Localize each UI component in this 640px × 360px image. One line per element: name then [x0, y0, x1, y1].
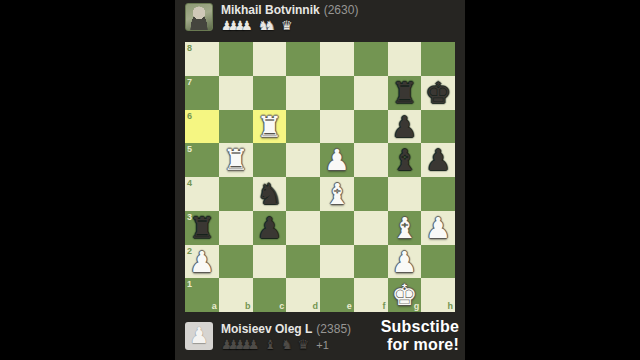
subscribe-overlay: Subsctibe for more!	[175, 318, 459, 354]
captured-group-pawn: ♟♟♟♟	[221, 19, 253, 33]
square-a2[interactable]: 2♟	[185, 245, 219, 279]
square-c5[interactable]	[253, 143, 287, 177]
square-g1[interactable]: g♚	[388, 278, 422, 312]
captured-group-queen: ♛	[281, 19, 293, 33]
square-g8[interactable]	[388, 42, 422, 76]
square-g4[interactable]	[388, 177, 422, 211]
square-a1[interactable]: 1a	[185, 278, 219, 312]
file-label-d: d	[313, 301, 319, 311]
square-a3[interactable]: 3♜	[185, 211, 219, 245]
chess-board: 87♜♚6♜♟5♜♟♝♟4♞♝3♜♟♝♟2♟♟1abcdefg♚h	[185, 42, 455, 312]
white-bishop-e4[interactable]: ♝	[320, 177, 354, 211]
square-c4[interactable]: ♞	[253, 177, 287, 211]
square-b5[interactable]: ♜	[219, 143, 253, 177]
captured-white-knight-icon: ♞	[264, 19, 276, 33]
square-g7[interactable]: ♜	[388, 76, 422, 110]
square-f6[interactable]	[354, 110, 388, 144]
square-b3[interactable]	[219, 211, 253, 245]
file-label-f: f	[383, 301, 386, 311]
square-a6[interactable]: 6	[185, 110, 219, 144]
square-a7[interactable]: 7	[185, 76, 219, 110]
file-label-e: e	[347, 301, 352, 311]
white-bishop-g3[interactable]: ♝	[388, 211, 422, 245]
white-rook-c6[interactable]: ♜	[253, 110, 287, 144]
square-c2[interactable]	[253, 245, 287, 279]
square-e6[interactable]	[320, 110, 354, 144]
black-pawn-h5[interactable]: ♟	[421, 143, 455, 177]
square-d5[interactable]	[286, 143, 320, 177]
black-pawn-g6[interactable]: ♟	[388, 110, 422, 144]
square-d8[interactable]	[286, 42, 320, 76]
square-f8[interactable]	[354, 42, 388, 76]
square-f3[interactable]	[354, 211, 388, 245]
square-e8[interactable]	[320, 42, 354, 76]
black-knight-c4[interactable]: ♞	[253, 177, 287, 211]
square-d6[interactable]	[286, 110, 320, 144]
black-bishop-g5[interactable]: ♝	[388, 143, 422, 177]
square-c7[interactable]	[253, 76, 287, 110]
captured-group-knight: ♞♞	[258, 19, 276, 33]
square-h6[interactable]	[421, 110, 455, 144]
square-a8[interactable]: 8	[185, 42, 219, 76]
rank-label-3: 3	[187, 212, 192, 222]
square-b8[interactable]	[219, 42, 253, 76]
white-pawn-h3[interactable]: ♟	[421, 211, 455, 245]
rank-label-7: 7	[187, 77, 192, 87]
file-label-h: h	[448, 301, 454, 311]
square-h8[interactable]	[421, 42, 455, 76]
square-b2[interactable]	[219, 245, 253, 279]
square-b6[interactable]	[219, 110, 253, 144]
square-c6[interactable]: ♜	[253, 110, 287, 144]
square-c1[interactable]: c	[253, 278, 287, 312]
subscribe-line2: for more!	[175, 336, 459, 354]
white-pawn-e5[interactable]: ♟	[320, 143, 354, 177]
black-pawn-c3[interactable]: ♟	[253, 211, 287, 245]
square-a5[interactable]: 5	[185, 143, 219, 177]
square-d7[interactable]	[286, 76, 320, 110]
square-f5[interactable]	[354, 143, 388, 177]
rank-label-4: 4	[187, 178, 192, 188]
square-d2[interactable]	[286, 245, 320, 279]
file-label-a: a	[212, 301, 217, 311]
file-label-c: c	[279, 301, 284, 311]
captured-white-queen-icon: ♛	[281, 19, 293, 33]
rank-label-2: 2	[187, 246, 192, 256]
square-h2[interactable]	[421, 245, 455, 279]
square-c3[interactable]: ♟	[253, 211, 287, 245]
captured-white-pawn-icon: ♟	[241, 19, 253, 33]
square-b4[interactable]	[219, 177, 253, 211]
square-d3[interactable]	[286, 211, 320, 245]
white-pawn-g2[interactable]: ♟	[388, 245, 422, 279]
top-player-rating: (2630)	[324, 3, 359, 17]
rank-label-6: 6	[187, 111, 192, 121]
square-g6[interactable]: ♟	[388, 110, 422, 144]
file-label-b: b	[245, 301, 251, 311]
square-h1[interactable]: h	[421, 278, 455, 312]
rank-label-8: 8	[187, 43, 192, 53]
square-e1[interactable]: e	[320, 278, 354, 312]
square-a4[interactable]: 4	[185, 177, 219, 211]
top-player-avatar[interactable]	[185, 3, 213, 31]
square-e5[interactable]: ♟	[320, 143, 354, 177]
square-c8[interactable]	[253, 42, 287, 76]
square-e7[interactable]	[320, 76, 354, 110]
rank-label-1: 1	[187, 279, 192, 289]
file-label-g: g	[414, 301, 420, 311]
square-f2[interactable]	[354, 245, 388, 279]
square-e4[interactable]: ♝	[320, 177, 354, 211]
app-panel: Mikhail Botvinnik(2630) ♟♟♟♟♞♞♛ 87♜♚6♜♟5…	[175, 0, 465, 360]
square-g5[interactable]: ♝	[388, 143, 422, 177]
rank-label-5: 5	[187, 144, 192, 154]
square-h5[interactable]: ♟	[421, 143, 455, 177]
top-player-info: Mikhail Botvinnik(2630) ♟♟♟♟♞♞♛	[221, 3, 358, 33]
white-rook-b5[interactable]: ♜	[219, 143, 253, 177]
square-b7[interactable]	[219, 76, 253, 110]
square-h4[interactable]	[421, 177, 455, 211]
square-h3[interactable]: ♟	[421, 211, 455, 245]
square-f7[interactable]	[354, 76, 388, 110]
square-f1[interactable]: f	[354, 278, 388, 312]
square-f4[interactable]	[354, 177, 388, 211]
black-rook-g7[interactable]: ♜	[388, 76, 422, 110]
square-e3[interactable]	[320, 211, 354, 245]
black-king-h7[interactable]: ♚	[421, 76, 455, 110]
square-e2[interactable]	[320, 245, 354, 279]
subscribe-line1: Subsctibe	[175, 318, 459, 336]
square-d4[interactable]	[286, 177, 320, 211]
square-h7[interactable]: ♚	[421, 76, 455, 110]
top-player-bar: Mikhail Botvinnik(2630) ♟♟♟♟♞♞♛	[185, 3, 358, 33]
square-d1[interactable]: d	[286, 278, 320, 312]
square-g2[interactable]: ♟	[388, 245, 422, 279]
top-player-name: Mikhail Botvinnik	[221, 3, 320, 17]
square-g3[interactable]: ♝	[388, 211, 422, 245]
square-b1[interactable]: b	[219, 278, 253, 312]
top-captured-pieces: ♟♟♟♟♞♞♛	[221, 19, 358, 33]
